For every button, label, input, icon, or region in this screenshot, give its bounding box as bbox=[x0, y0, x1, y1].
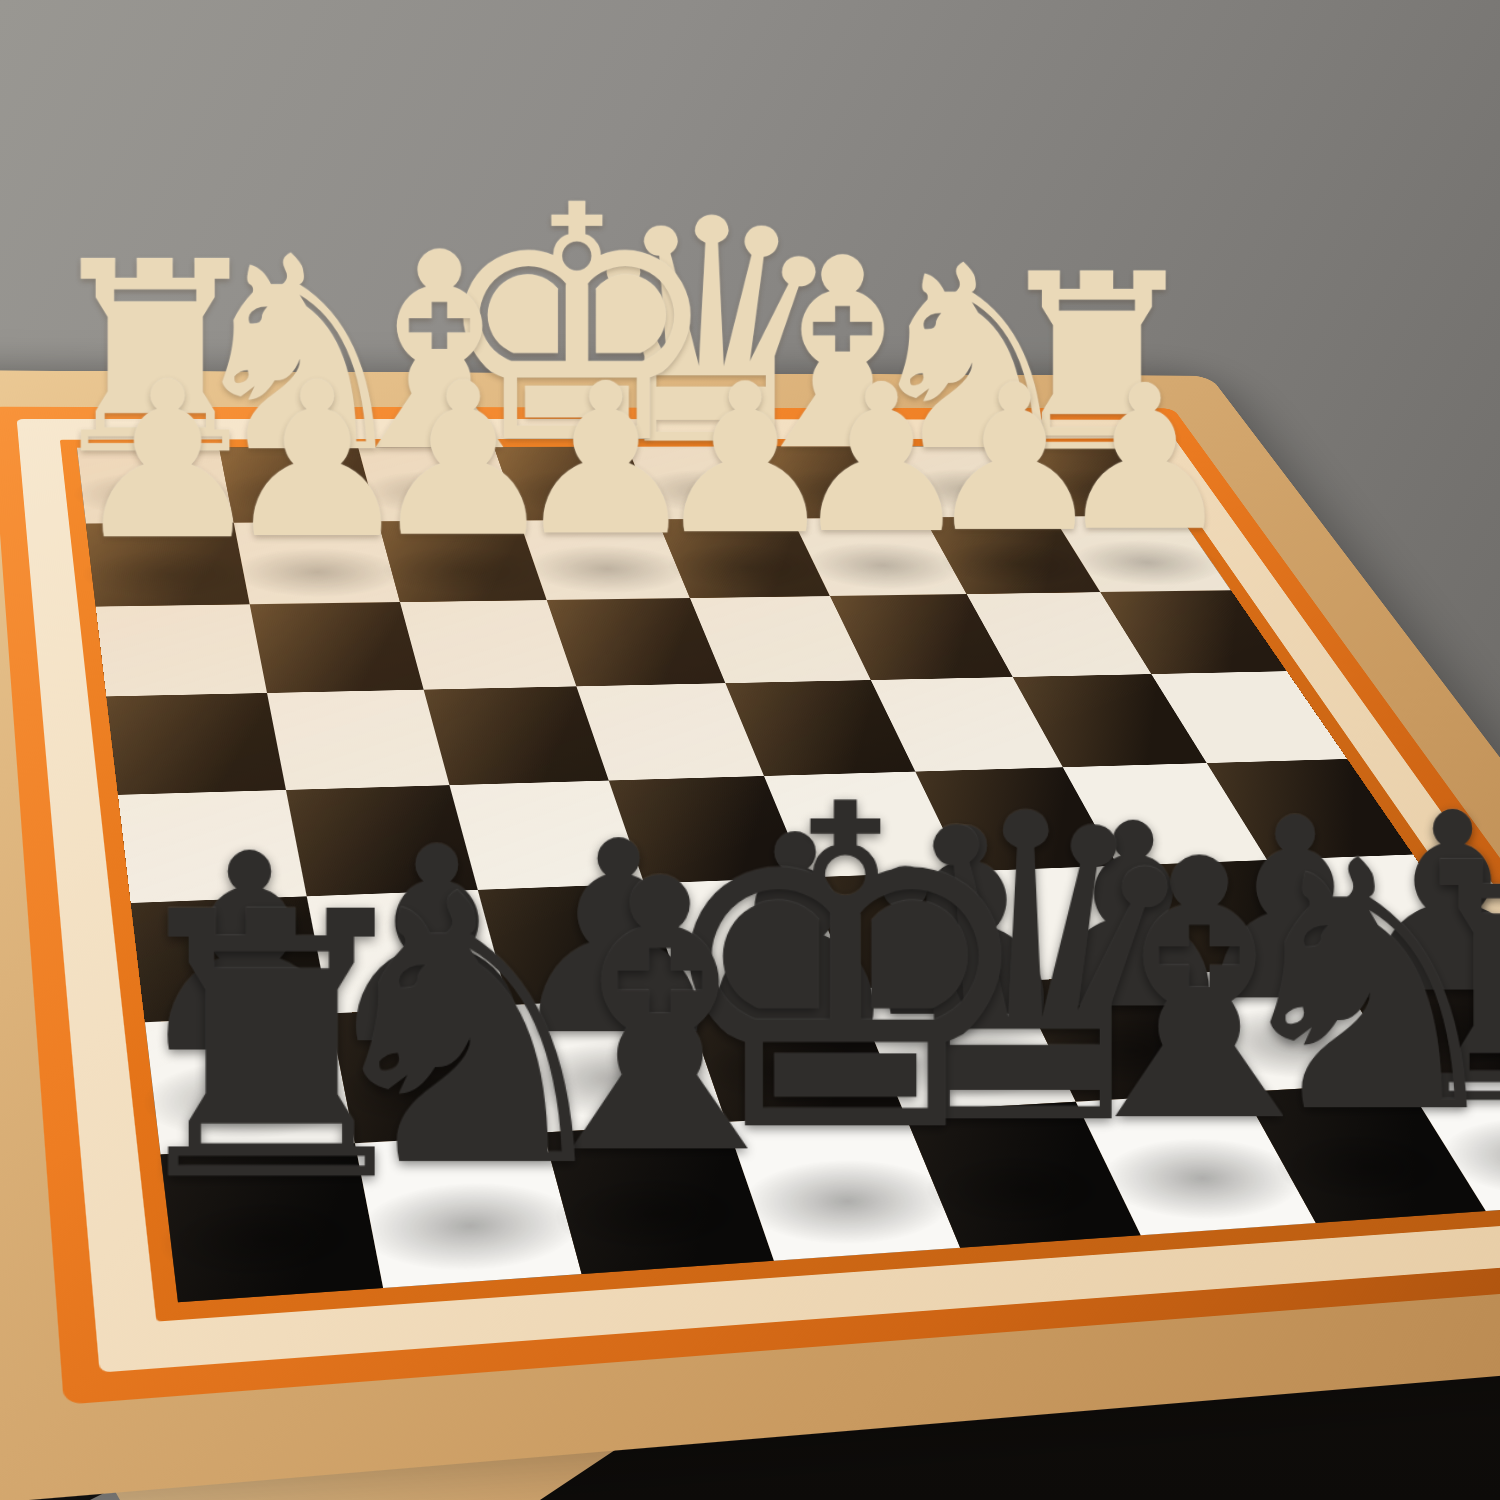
pawn-glyph: ♟ bbox=[71, 354, 265, 570]
square-h8[interactable]: ♜ bbox=[161, 1143, 384, 1302]
chess-table: ♜♞♝♚♛♝♞♜♟♟♟♟♟♟♟♟♟♟♟♟♟♟♟♟♜♞♝♚♛♝♞♜ bbox=[0, 370, 1500, 1500]
board-perspective-scene: ♜♞♝♚♛♝♞♜♟♟♟♟♟♟♟♟♟♟♟♟♟♟♟♟♜♞♝♚♛♝♞♜ bbox=[0, 0, 1500, 1500]
square-g4[interactable] bbox=[267, 690, 449, 790]
square-e3[interactable] bbox=[547, 598, 726, 686]
rook-glyph: ♜ bbox=[107, 865, 436, 1232]
scene: ♜♞♝♚♛♝♞♜♟♟♟♟♟♟♟♟♟♟♟♟♟♟♟♟♜♞♝♚♛♝♞♜ bbox=[0, 0, 1500, 1500]
square-h4[interactable] bbox=[106, 693, 286, 795]
